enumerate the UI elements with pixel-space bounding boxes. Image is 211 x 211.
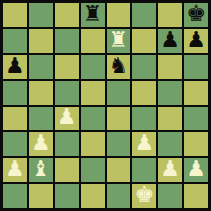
square-e5[interactable] — [107, 81, 131, 105]
square-b5[interactable] — [29, 81, 53, 105]
square-h5[interactable] — [184, 81, 208, 105]
square-f1[interactable]: ♚ — [132, 184, 156, 208]
white-pawn-piece[interactable]: ♟ — [57, 107, 77, 129]
square-d7[interactable] — [81, 29, 105, 53]
square-d2[interactable] — [81, 158, 105, 182]
square-a6[interactable]: ♟ — [3, 55, 27, 79]
square-c3[interactable] — [55, 132, 79, 156]
square-g7[interactable]: ♟ — [158, 29, 182, 53]
square-h4[interactable] — [184, 107, 208, 131]
square-d1[interactable] — [81, 184, 105, 208]
square-f5[interactable] — [132, 81, 156, 105]
square-f7[interactable] — [132, 29, 156, 53]
square-c6[interactable] — [55, 55, 79, 79]
square-a7[interactable] — [3, 29, 27, 53]
square-a5[interactable] — [3, 81, 27, 105]
square-c7[interactable] — [55, 29, 79, 53]
square-a4[interactable] — [3, 107, 27, 131]
square-h8[interactable]: ♚ — [184, 3, 208, 27]
white-bishop-piece[interactable]: ♝ — [31, 158, 51, 180]
square-g2[interactable]: ♟ — [158, 158, 182, 182]
square-d3[interactable] — [81, 132, 105, 156]
square-h6[interactable] — [184, 55, 208, 79]
square-h3[interactable] — [184, 132, 208, 156]
square-e7[interactable]: ♜ — [107, 29, 131, 53]
white-pawn-piece[interactable]: ♟ — [134, 132, 154, 154]
white-pawn-piece[interactable]: ♟ — [186, 158, 206, 180]
white-rook-piece[interactable]: ♜ — [109, 29, 129, 51]
square-g1[interactable] — [158, 184, 182, 208]
square-h2[interactable]: ♟ — [184, 158, 208, 182]
chess-board: ♜♚♜♟♟♟♞♟♟♟♟♝♟♟♚ — [0, 0, 211, 211]
square-g6[interactable] — [158, 55, 182, 79]
square-f8[interactable] — [132, 3, 156, 27]
white-king-piece[interactable]: ♚ — [134, 184, 154, 206]
square-d4[interactable] — [81, 107, 105, 131]
square-a1[interactable] — [3, 184, 27, 208]
square-d8[interactable]: ♜ — [81, 3, 105, 27]
square-e2[interactable] — [107, 158, 131, 182]
square-d6[interactable] — [81, 55, 105, 79]
square-c8[interactable] — [55, 3, 79, 27]
square-a2[interactable]: ♟ — [3, 158, 27, 182]
square-b7[interactable] — [29, 29, 53, 53]
black-pawn-piece[interactable]: ♟ — [160, 29, 180, 51]
square-a3[interactable] — [3, 132, 27, 156]
black-pawn-piece[interactable]: ♟ — [5, 55, 25, 77]
square-f2[interactable] — [132, 158, 156, 182]
square-e8[interactable] — [107, 3, 131, 27]
square-c4[interactable]: ♟ — [55, 107, 79, 131]
square-g4[interactable] — [158, 107, 182, 131]
black-king-piece[interactable]: ♚ — [186, 3, 206, 25]
square-c1[interactable] — [55, 184, 79, 208]
black-rook-piece[interactable]: ♜ — [83, 3, 103, 25]
square-a8[interactable] — [3, 3, 27, 27]
square-f6[interactable] — [132, 55, 156, 79]
square-g8[interactable] — [158, 3, 182, 27]
square-b8[interactable] — [29, 3, 53, 27]
white-pawn-piece[interactable]: ♟ — [31, 132, 51, 154]
square-c2[interactable] — [55, 158, 79, 182]
square-g3[interactable] — [158, 132, 182, 156]
black-pawn-piece[interactable]: ♟ — [186, 29, 206, 51]
square-b4[interactable] — [29, 107, 53, 131]
square-e6[interactable]: ♞ — [107, 55, 131, 79]
square-d5[interactable] — [81, 81, 105, 105]
square-e1[interactable] — [107, 184, 131, 208]
black-knight-piece[interactable]: ♞ — [109, 55, 129, 77]
square-e3[interactable] — [107, 132, 131, 156]
square-b3[interactable]: ♟ — [29, 132, 53, 156]
square-f4[interactable] — [132, 107, 156, 131]
square-g5[interactable] — [158, 81, 182, 105]
square-b1[interactable] — [29, 184, 53, 208]
square-b2[interactable]: ♝ — [29, 158, 53, 182]
square-h7[interactable]: ♟ — [184, 29, 208, 53]
square-h1[interactable] — [184, 184, 208, 208]
square-c5[interactable] — [55, 81, 79, 105]
square-e4[interactable] — [107, 107, 131, 131]
white-pawn-piece[interactable]: ♟ — [160, 158, 180, 180]
square-f3[interactable]: ♟ — [132, 132, 156, 156]
square-b6[interactable] — [29, 55, 53, 79]
white-pawn-piece[interactable]: ♟ — [5, 158, 25, 180]
